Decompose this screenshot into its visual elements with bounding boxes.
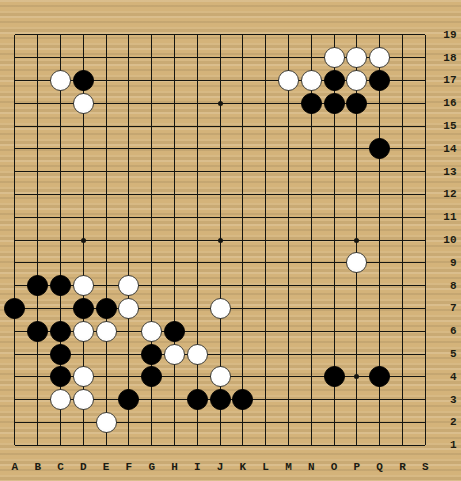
- intersection-N16[interactable]: [300, 92, 323, 115]
- intersection-C11[interactable]: [49, 206, 72, 229]
- intersection-N14[interactable]: [300, 137, 323, 160]
- intersection-E10[interactable]: [95, 229, 118, 252]
- intersection-J6[interactable]: [209, 320, 232, 343]
- intersection-A11[interactable]: [4, 206, 27, 229]
- intersection-C14[interactable]: [49, 137, 72, 160]
- intersection-C9[interactable]: [49, 251, 72, 274]
- intersection-O6[interactable]: [323, 320, 346, 343]
- intersection-H12[interactable]: [163, 183, 186, 206]
- intersection-H8[interactable]: [163, 274, 186, 297]
- intersection-R15[interactable]: [391, 115, 414, 138]
- intersection-H6[interactable]: [163, 320, 186, 343]
- intersection-L12[interactable]: [254, 183, 277, 206]
- intersection-B15[interactable]: [26, 115, 49, 138]
- intersection-B19[interactable]: [26, 24, 49, 47]
- intersection-P3[interactable]: [345, 388, 368, 411]
- intersection-B9[interactable]: [26, 251, 49, 274]
- intersection-M1[interactable]: [277, 434, 300, 457]
- intersection-B8[interactable]: [26, 274, 49, 297]
- intersection-N10[interactable]: [300, 229, 323, 252]
- intersection-D15[interactable]: [72, 115, 95, 138]
- intersection-B17[interactable]: [26, 69, 49, 92]
- intersection-F5[interactable]: [117, 343, 140, 366]
- intersection-O8[interactable]: [323, 274, 346, 297]
- intersection-Q1[interactable]: [368, 434, 391, 457]
- intersection-I2[interactable]: [186, 411, 209, 434]
- intersection-N9[interactable]: [300, 251, 323, 274]
- intersection-C17[interactable]: [49, 69, 72, 92]
- intersection-Q18[interactable]: [368, 46, 391, 69]
- intersection-P11[interactable]: [345, 206, 368, 229]
- intersection-I9[interactable]: [186, 251, 209, 274]
- intersection-M6[interactable]: [277, 320, 300, 343]
- intersection-O7[interactable]: [323, 297, 346, 320]
- intersection-D16[interactable]: [72, 92, 95, 115]
- intersection-O10[interactable]: [323, 229, 346, 252]
- intersection-B6[interactable]: [26, 320, 49, 343]
- intersection-S10[interactable]: [414, 229, 437, 252]
- intersection-I12[interactable]: [186, 183, 209, 206]
- intersection-Q5[interactable]: [368, 343, 391, 366]
- intersection-B13[interactable]: [26, 160, 49, 183]
- intersection-L15[interactable]: [254, 115, 277, 138]
- intersection-H5[interactable]: [163, 343, 186, 366]
- intersection-D19[interactable]: [72, 24, 95, 47]
- intersection-K15[interactable]: [231, 115, 254, 138]
- intersection-R17[interactable]: [391, 69, 414, 92]
- intersection-M12[interactable]: [277, 183, 300, 206]
- intersection-I15[interactable]: [186, 115, 209, 138]
- intersection-C10[interactable]: [49, 229, 72, 252]
- intersection-E6[interactable]: [95, 320, 118, 343]
- intersection-F19[interactable]: [117, 24, 140, 47]
- intersection-P18[interactable]: [345, 46, 368, 69]
- intersection-H15[interactable]: [163, 115, 186, 138]
- intersection-G13[interactable]: [140, 160, 163, 183]
- intersection-A18[interactable]: [4, 46, 27, 69]
- intersection-Q8[interactable]: [368, 274, 391, 297]
- intersection-J9[interactable]: [209, 251, 232, 274]
- intersection-D12[interactable]: [72, 183, 95, 206]
- intersection-J8[interactable]: [209, 274, 232, 297]
- intersection-Q12[interactable]: [368, 183, 391, 206]
- intersection-I4[interactable]: [186, 365, 209, 388]
- intersection-N1[interactable]: [300, 434, 323, 457]
- intersection-C2[interactable]: [49, 411, 72, 434]
- intersection-K4[interactable]: [231, 365, 254, 388]
- intersection-K7[interactable]: [231, 297, 254, 320]
- intersection-A4[interactable]: [4, 365, 27, 388]
- intersection-O4[interactable]: [323, 365, 346, 388]
- intersection-N2[interactable]: [300, 411, 323, 434]
- intersection-E1[interactable]: [95, 434, 118, 457]
- intersection-H14[interactable]: [163, 137, 186, 160]
- intersection-S16[interactable]: [414, 92, 437, 115]
- intersection-D5[interactable]: [72, 343, 95, 366]
- intersection-G2[interactable]: [140, 411, 163, 434]
- intersection-H3[interactable]: [163, 388, 186, 411]
- intersection-E13[interactable]: [95, 160, 118, 183]
- intersection-E5[interactable]: [95, 343, 118, 366]
- intersection-R10[interactable]: [391, 229, 414, 252]
- intersection-L2[interactable]: [254, 411, 277, 434]
- intersection-I19[interactable]: [186, 24, 209, 47]
- intersection-B18[interactable]: [26, 46, 49, 69]
- intersection-F9[interactable]: [117, 251, 140, 274]
- intersection-M2[interactable]: [277, 411, 300, 434]
- intersection-K5[interactable]: [231, 343, 254, 366]
- intersection-J4[interactable]: [209, 365, 232, 388]
- intersection-B16[interactable]: [26, 92, 49, 115]
- intersection-M14[interactable]: [277, 137, 300, 160]
- intersection-K11[interactable]: [231, 206, 254, 229]
- intersection-H11[interactable]: [163, 206, 186, 229]
- intersection-F11[interactable]: [117, 206, 140, 229]
- intersection-D1[interactable]: [72, 434, 95, 457]
- intersection-M8[interactable]: [277, 274, 300, 297]
- intersection-R18[interactable]: [391, 46, 414, 69]
- intersection-A15[interactable]: [4, 115, 27, 138]
- intersection-S11[interactable]: [414, 206, 437, 229]
- intersection-K14[interactable]: [231, 137, 254, 160]
- intersection-G9[interactable]: [140, 251, 163, 274]
- intersection-I18[interactable]: [186, 46, 209, 69]
- intersection-P9[interactable]: [345, 251, 368, 274]
- intersection-L8[interactable]: [254, 274, 277, 297]
- intersection-Q15[interactable]: [368, 115, 391, 138]
- intersection-C15[interactable]: [49, 115, 72, 138]
- intersection-I10[interactable]: [186, 229, 209, 252]
- intersection-J10[interactable]: [209, 229, 232, 252]
- intersection-A1[interactable]: [4, 434, 27, 457]
- intersection-S13[interactable]: [414, 160, 437, 183]
- intersection-A10[interactable]: [4, 229, 27, 252]
- intersection-O14[interactable]: [323, 137, 346, 160]
- intersection-A6[interactable]: [4, 320, 27, 343]
- intersection-D11[interactable]: [72, 206, 95, 229]
- intersection-G19[interactable]: [140, 24, 163, 47]
- intersection-C5[interactable]: [49, 343, 72, 366]
- intersection-B4[interactable]: [26, 365, 49, 388]
- intersection-D13[interactable]: [72, 160, 95, 183]
- intersection-D14[interactable]: [72, 137, 95, 160]
- intersection-D9[interactable]: [72, 251, 95, 274]
- intersection-K9[interactable]: [231, 251, 254, 274]
- intersection-N5[interactable]: [300, 343, 323, 366]
- intersection-P6[interactable]: [345, 320, 368, 343]
- intersection-P4[interactable]: [345, 365, 368, 388]
- intersection-G5[interactable]: [140, 343, 163, 366]
- intersection-P12[interactable]: [345, 183, 368, 206]
- intersection-A2[interactable]: [4, 411, 27, 434]
- intersection-A7[interactable]: [4, 297, 27, 320]
- intersection-Q13[interactable]: [368, 160, 391, 183]
- intersection-P19[interactable]: [345, 24, 368, 47]
- intersection-O18[interactable]: [323, 46, 346, 69]
- intersection-B7[interactable]: [26, 297, 49, 320]
- intersection-S19[interactable]: [414, 24, 437, 47]
- intersection-M10[interactable]: [277, 229, 300, 252]
- intersection-L14[interactable]: [254, 137, 277, 160]
- intersection-G3[interactable]: [140, 388, 163, 411]
- intersection-F3[interactable]: [117, 388, 140, 411]
- intersection-N7[interactable]: [300, 297, 323, 320]
- intersection-Q14[interactable]: [368, 137, 391, 160]
- intersection-C13[interactable]: [49, 160, 72, 183]
- intersection-K10[interactable]: [231, 229, 254, 252]
- intersection-J17[interactable]: [209, 69, 232, 92]
- intersection-I17[interactable]: [186, 69, 209, 92]
- intersection-R19[interactable]: [391, 24, 414, 47]
- intersection-I5[interactable]: [186, 343, 209, 366]
- intersection-M3[interactable]: [277, 388, 300, 411]
- intersection-C3[interactable]: [49, 388, 72, 411]
- intersection-A19[interactable]: [4, 24, 27, 47]
- intersection-A9[interactable]: [4, 251, 27, 274]
- intersection-O9[interactable]: [323, 251, 346, 274]
- intersection-F4[interactable]: [117, 365, 140, 388]
- intersection-H16[interactable]: [163, 92, 186, 115]
- intersection-C16[interactable]: [49, 92, 72, 115]
- intersection-J11[interactable]: [209, 206, 232, 229]
- intersection-E3[interactable]: [95, 388, 118, 411]
- intersection-Q17[interactable]: [368, 69, 391, 92]
- intersection-Q19[interactable]: [368, 24, 391, 47]
- intersection-N15[interactable]: [300, 115, 323, 138]
- intersection-J2[interactable]: [209, 411, 232, 434]
- intersection-C6[interactable]: [49, 320, 72, 343]
- intersection-E15[interactable]: [95, 115, 118, 138]
- intersection-I7[interactable]: [186, 297, 209, 320]
- intersection-O19[interactable]: [323, 24, 346, 47]
- intersection-C8[interactable]: [49, 274, 72, 297]
- intersection-I6[interactable]: [186, 320, 209, 343]
- intersection-N17[interactable]: [300, 69, 323, 92]
- intersection-D4[interactable]: [72, 365, 95, 388]
- intersection-F6[interactable]: [117, 320, 140, 343]
- intersection-H2[interactable]: [163, 411, 186, 434]
- intersection-B3[interactable]: [26, 388, 49, 411]
- intersection-E17[interactable]: [95, 69, 118, 92]
- intersection-O16[interactable]: [323, 92, 346, 115]
- intersection-B11[interactable]: [26, 206, 49, 229]
- intersection-S1[interactable]: [414, 434, 437, 457]
- intersection-K16[interactable]: [231, 92, 254, 115]
- intersection-L7[interactable]: [254, 297, 277, 320]
- intersection-S5[interactable]: [414, 343, 437, 366]
- intersection-R5[interactable]: [391, 343, 414, 366]
- intersection-F7[interactable]: [117, 297, 140, 320]
- intersection-M18[interactable]: [277, 46, 300, 69]
- intersection-P8[interactable]: [345, 274, 368, 297]
- intersection-S15[interactable]: [414, 115, 437, 138]
- intersection-R11[interactable]: [391, 206, 414, 229]
- intersection-N8[interactable]: [300, 274, 323, 297]
- intersection-S17[interactable]: [414, 69, 437, 92]
- intersection-K8[interactable]: [231, 274, 254, 297]
- intersection-D7[interactable]: [72, 297, 95, 320]
- intersection-A17[interactable]: [4, 69, 27, 92]
- intersection-F16[interactable]: [117, 92, 140, 115]
- intersection-H7[interactable]: [163, 297, 186, 320]
- intersection-F1[interactable]: [117, 434, 140, 457]
- intersection-G12[interactable]: [140, 183, 163, 206]
- intersection-G15[interactable]: [140, 115, 163, 138]
- intersection-D6[interactable]: [72, 320, 95, 343]
- intersection-R6[interactable]: [391, 320, 414, 343]
- intersection-M13[interactable]: [277, 160, 300, 183]
- intersection-Q2[interactable]: [368, 411, 391, 434]
- intersection-R14[interactable]: [391, 137, 414, 160]
- intersection-Q10[interactable]: [368, 229, 391, 252]
- intersection-O5[interactable]: [323, 343, 346, 366]
- intersection-H1[interactable]: [163, 434, 186, 457]
- intersection-K18[interactable]: [231, 46, 254, 69]
- intersection-G11[interactable]: [140, 206, 163, 229]
- intersection-P17[interactable]: [345, 69, 368, 92]
- intersection-P5[interactable]: [345, 343, 368, 366]
- intersection-P10[interactable]: [345, 229, 368, 252]
- intersection-S9[interactable]: [414, 251, 437, 274]
- intersection-G14[interactable]: [140, 137, 163, 160]
- intersection-H10[interactable]: [163, 229, 186, 252]
- intersection-I16[interactable]: [186, 92, 209, 115]
- intersection-L6[interactable]: [254, 320, 277, 343]
- intersection-O3[interactable]: [323, 388, 346, 411]
- intersection-S7[interactable]: [414, 297, 437, 320]
- intersection-N11[interactable]: [300, 206, 323, 229]
- intersection-F13[interactable]: [117, 160, 140, 183]
- intersection-C7[interactable]: [49, 297, 72, 320]
- intersection-A5[interactable]: [4, 343, 27, 366]
- intersection-F15[interactable]: [117, 115, 140, 138]
- intersection-K2[interactable]: [231, 411, 254, 434]
- intersection-M19[interactable]: [277, 24, 300, 47]
- intersection-G10[interactable]: [140, 229, 163, 252]
- intersection-P2[interactable]: [345, 411, 368, 434]
- intersection-E18[interactable]: [95, 46, 118, 69]
- intersection-L16[interactable]: [254, 92, 277, 115]
- intersection-A14[interactable]: [4, 137, 27, 160]
- intersection-O17[interactable]: [323, 69, 346, 92]
- intersection-O15[interactable]: [323, 115, 346, 138]
- intersection-K19[interactable]: [231, 24, 254, 47]
- intersection-B5[interactable]: [26, 343, 49, 366]
- intersection-K6[interactable]: [231, 320, 254, 343]
- intersection-D8[interactable]: [72, 274, 95, 297]
- intersection-A13[interactable]: [4, 160, 27, 183]
- intersection-L9[interactable]: [254, 251, 277, 274]
- intersection-M17[interactable]: [277, 69, 300, 92]
- intersection-R7[interactable]: [391, 297, 414, 320]
- intersection-Q9[interactable]: [368, 251, 391, 274]
- intersection-F18[interactable]: [117, 46, 140, 69]
- intersection-J1[interactable]: [209, 434, 232, 457]
- intersection-R3[interactable]: [391, 388, 414, 411]
- intersection-J7[interactable]: [209, 297, 232, 320]
- intersection-L3[interactable]: [254, 388, 277, 411]
- intersection-K12[interactable]: [231, 183, 254, 206]
- intersection-L1[interactable]: [254, 434, 277, 457]
- intersection-E9[interactable]: [95, 251, 118, 274]
- intersection-S18[interactable]: [414, 46, 437, 69]
- intersection-Q6[interactable]: [368, 320, 391, 343]
- intersection-R2[interactable]: [391, 411, 414, 434]
- intersection-S6[interactable]: [414, 320, 437, 343]
- intersection-L19[interactable]: [254, 24, 277, 47]
- intersection-K1[interactable]: [231, 434, 254, 457]
- intersection-G7[interactable]: [140, 297, 163, 320]
- intersection-E2[interactable]: [95, 411, 118, 434]
- intersection-E16[interactable]: [95, 92, 118, 115]
- intersection-P14[interactable]: [345, 137, 368, 160]
- intersection-K3[interactable]: [231, 388, 254, 411]
- intersection-N13[interactable]: [300, 160, 323, 183]
- intersection-S4[interactable]: [414, 365, 437, 388]
- intersection-C4[interactable]: [49, 365, 72, 388]
- intersection-C19[interactable]: [49, 24, 72, 47]
- intersection-I1[interactable]: [186, 434, 209, 457]
- intersection-M15[interactable]: [277, 115, 300, 138]
- intersection-J13[interactable]: [209, 160, 232, 183]
- intersection-H4[interactable]: [163, 365, 186, 388]
- intersection-D17[interactable]: [72, 69, 95, 92]
- intersection-P13[interactable]: [345, 160, 368, 183]
- intersection-O13[interactable]: [323, 160, 346, 183]
- intersection-F14[interactable]: [117, 137, 140, 160]
- intersection-E19[interactable]: [95, 24, 118, 47]
- intersection-E8[interactable]: [95, 274, 118, 297]
- intersection-N18[interactable]: [300, 46, 323, 69]
- intersection-H17[interactable]: [163, 69, 186, 92]
- intersection-H19[interactable]: [163, 24, 186, 47]
- intersection-C18[interactable]: [49, 46, 72, 69]
- intersection-L18[interactable]: [254, 46, 277, 69]
- intersection-J16[interactable]: [209, 92, 232, 115]
- intersection-D10[interactable]: [72, 229, 95, 252]
- intersection-J18[interactable]: [209, 46, 232, 69]
- intersection-C1[interactable]: [49, 434, 72, 457]
- intersection-L11[interactable]: [254, 206, 277, 229]
- intersection-J12[interactable]: [209, 183, 232, 206]
- intersection-M11[interactable]: [277, 206, 300, 229]
- intersection-I14[interactable]: [186, 137, 209, 160]
- intersection-R8[interactable]: [391, 274, 414, 297]
- intersection-Q16[interactable]: [368, 92, 391, 115]
- intersection-F2[interactable]: [117, 411, 140, 434]
- intersection-M9[interactable]: [277, 251, 300, 274]
- intersection-S8[interactable]: [414, 274, 437, 297]
- intersection-Q4[interactable]: [368, 365, 391, 388]
- intersection-G16[interactable]: [140, 92, 163, 115]
- intersection-G17[interactable]: [140, 69, 163, 92]
- intersection-F8[interactable]: [117, 274, 140, 297]
- intersection-M5[interactable]: [277, 343, 300, 366]
- intersection-Q3[interactable]: [368, 388, 391, 411]
- intersection-B12[interactable]: [26, 183, 49, 206]
- intersection-B2[interactable]: [26, 411, 49, 434]
- intersection-E12[interactable]: [95, 183, 118, 206]
- intersection-R12[interactable]: [391, 183, 414, 206]
- intersection-R13[interactable]: [391, 160, 414, 183]
- intersection-R9[interactable]: [391, 251, 414, 274]
- intersection-E4[interactable]: [95, 365, 118, 388]
- intersection-G6[interactable]: [140, 320, 163, 343]
- intersection-C12[interactable]: [49, 183, 72, 206]
- intersection-N4[interactable]: [300, 365, 323, 388]
- intersection-P1[interactable]: [345, 434, 368, 457]
- intersection-L17[interactable]: [254, 69, 277, 92]
